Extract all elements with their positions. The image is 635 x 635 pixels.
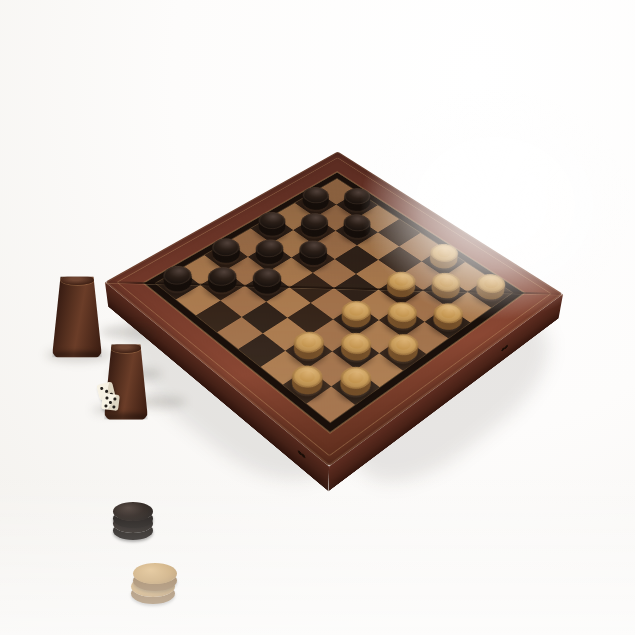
light-checker-r5c6: [332, 336, 379, 369]
dark-checker: [113, 502, 153, 521]
board-top-face: [105, 151, 563, 466]
light-checker: [133, 563, 177, 584]
light-checker-r4c5: [333, 304, 379, 336]
cup-shadow: [100, 326, 156, 338]
light-checker-r3c6: [379, 305, 425, 337]
die: [101, 393, 120, 411]
spare-dark-checkers-stack: [113, 502, 153, 540]
clasp-hook-icon: [297, 448, 306, 460]
photo-canvas: [0, 0, 635, 635]
dice-cup-left: [52, 275, 102, 359]
clasp-hook-icon: [500, 343, 509, 353]
light-checker-r6c5: [285, 334, 332, 367]
games-box: [105, 151, 563, 466]
spare-light-checkers-stack: [133, 563, 177, 605]
